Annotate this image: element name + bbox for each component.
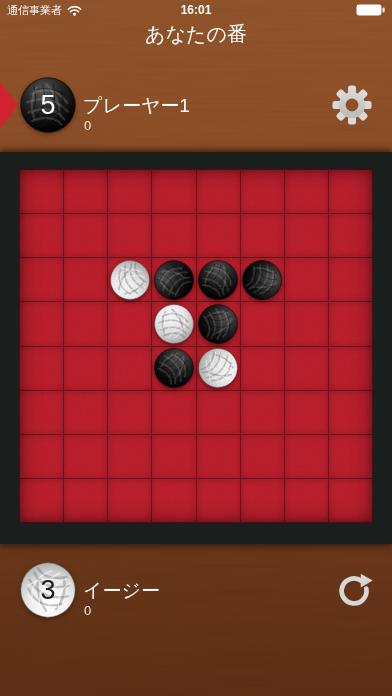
board-cell[interactable] (152, 435, 195, 478)
gear-icon (332, 85, 372, 125)
board-cell[interactable] (108, 391, 151, 434)
settings-button[interactable] (332, 85, 372, 125)
board-cell[interactable] (20, 214, 63, 257)
black-stone (154, 260, 194, 300)
board-cell[interactable] (329, 302, 372, 345)
board-cell[interactable] (329, 258, 372, 301)
player2-name: イージー (83, 578, 160, 604)
white-stone (154, 304, 194, 344)
black-stone (198, 260, 238, 300)
board-cell[interactable] (152, 258, 195, 301)
board-cell[interactable] (241, 347, 284, 390)
board-cell[interactable] (64, 435, 107, 478)
board-cell[interactable] (241, 302, 284, 345)
app-screen: 通信事業者 16:01 あなたの番 5 プレーヤー (0, 0, 392, 696)
black-piece-count: 5 (20, 77, 76, 133)
board-cell[interactable] (108, 302, 151, 345)
board-cell[interactable] (152, 302, 195, 345)
board-cell[interactable] (285, 170, 328, 213)
player2-score: 0 (84, 603, 91, 618)
board-cell[interactable] (241, 479, 284, 522)
board-cell[interactable] (108, 435, 151, 478)
board-cell[interactable] (108, 214, 151, 257)
board-cell[interactable] (108, 258, 151, 301)
board-cell[interactable] (108, 347, 151, 390)
board-cell[interactable] (329, 170, 372, 213)
status-bar: 通信事業者 16:01 (0, 0, 392, 20)
board-cell[interactable] (285, 347, 328, 390)
clock: 16:01 (0, 3, 392, 17)
board-cell[interactable] (285, 258, 328, 301)
board-cell[interactable] (152, 214, 195, 257)
board-cell[interactable] (197, 302, 240, 345)
board-cell[interactable] (152, 170, 195, 213)
board-cell[interactable] (329, 435, 372, 478)
refresh-icon (334, 567, 376, 611)
board-cell[interactable] (197, 214, 240, 257)
black-stone (198, 304, 238, 344)
white-stone (198, 348, 238, 388)
board-cell[interactable] (329, 391, 372, 434)
board-cell[interactable] (64, 391, 107, 434)
board-cell[interactable] (152, 347, 195, 390)
board-cell[interactable] (241, 214, 284, 257)
board-cell[interactable] (108, 479, 151, 522)
black-stone (154, 348, 194, 388)
board-cell[interactable] (241, 435, 284, 478)
board-cell[interactable] (241, 258, 284, 301)
board-cell[interactable] (285, 214, 328, 257)
board-cell[interactable] (20, 302, 63, 345)
board-cell[interactable] (20, 391, 63, 434)
board-cell[interactable] (64, 214, 107, 257)
reversi-board (19, 169, 373, 523)
board-cell[interactable] (20, 170, 63, 213)
board-cell[interactable] (197, 347, 240, 390)
turn-indicator-arrow (0, 82, 18, 128)
black-stone (242, 260, 282, 300)
board-cell[interactable] (152, 391, 195, 434)
board-cell[interactable] (108, 170, 151, 213)
player1-name: プレーヤー1 (83, 93, 190, 119)
board-cell[interactable] (285, 391, 328, 434)
board-cell[interactable] (197, 170, 240, 213)
board-cell[interactable] (64, 479, 107, 522)
board-cell[interactable] (20, 258, 63, 301)
board-cell[interactable] (241, 170, 284, 213)
board-cell[interactable] (197, 435, 240, 478)
page-title: あなたの番 (0, 21, 392, 47)
board-cell[interactable] (64, 258, 107, 301)
board-cell[interactable] (64, 347, 107, 390)
board-cell[interactable] (64, 302, 107, 345)
board-cell[interactable] (197, 391, 240, 434)
board-cell[interactable] (285, 302, 328, 345)
board-cell[interactable] (329, 347, 372, 390)
board-cell[interactable] (197, 258, 240, 301)
board-cell[interactable] (241, 391, 284, 434)
white-piece-count: 3 (20, 562, 76, 618)
board-cell[interactable] (20, 479, 63, 522)
board-cell[interactable] (197, 479, 240, 522)
board-cell[interactable] (285, 435, 328, 478)
restart-button[interactable] (334, 567, 376, 611)
board-cell[interactable] (152, 479, 195, 522)
board-frame (0, 152, 392, 544)
board-cell[interactable] (285, 479, 328, 522)
player1-score: 0 (84, 118, 91, 133)
board-cell[interactable] (329, 214, 372, 257)
board-cell[interactable] (64, 170, 107, 213)
board-cell[interactable] (20, 435, 63, 478)
board-cell[interactable] (20, 347, 63, 390)
board-cell[interactable] (329, 479, 372, 522)
white-stone (110, 260, 150, 300)
